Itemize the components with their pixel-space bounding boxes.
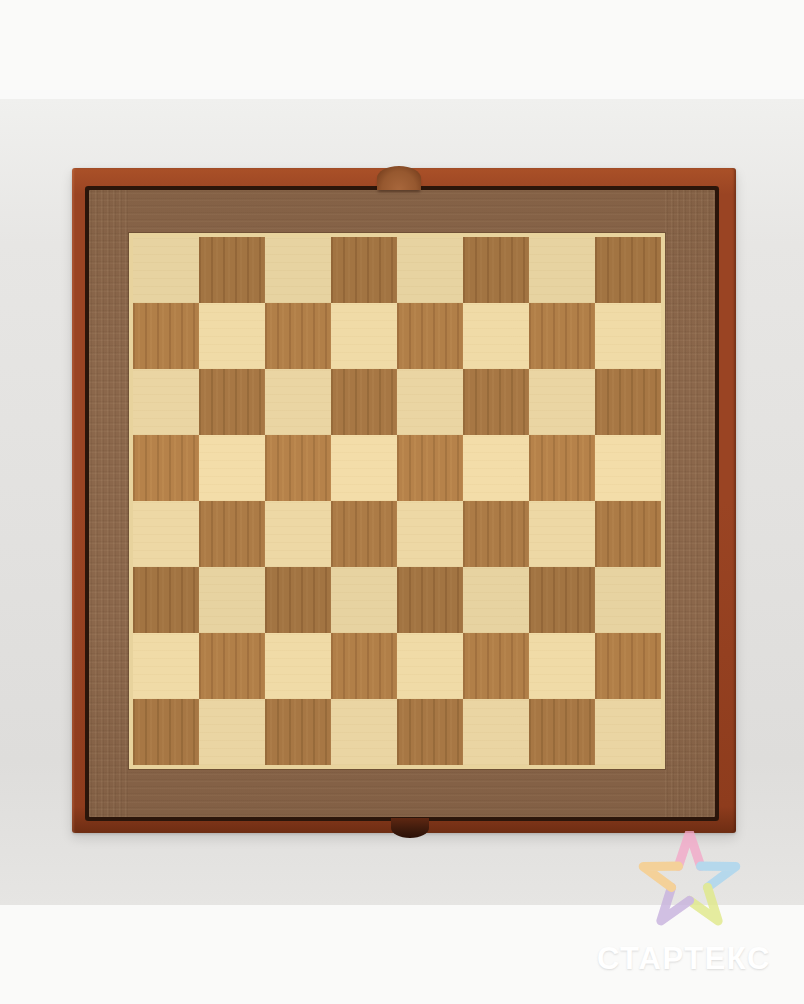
- square-d1[interactable]: [331, 699, 397, 765]
- square-c7[interactable]: [265, 303, 331, 369]
- square-c8[interactable]: [265, 237, 331, 303]
- square-g5[interactable]: [529, 435, 595, 501]
- square-c1[interactable]: [265, 699, 331, 765]
- square-g3[interactable]: [529, 567, 595, 633]
- square-b4[interactable]: [199, 501, 265, 567]
- wood-grain-overlay-left: [89, 190, 129, 817]
- square-a5[interactable]: [133, 435, 199, 501]
- square-b7[interactable]: [199, 303, 265, 369]
- square-e1[interactable]: [397, 699, 463, 765]
- square-g2[interactable]: [529, 633, 595, 699]
- square-e3[interactable]: [397, 567, 463, 633]
- square-f1[interactable]: [463, 699, 529, 765]
- chess-box: [72, 168, 736, 833]
- square-a7[interactable]: [133, 303, 199, 369]
- board-veneer: [129, 233, 665, 769]
- square-b8[interactable]: [199, 237, 265, 303]
- square-f5[interactable]: [463, 435, 529, 501]
- square-g4[interactable]: [529, 501, 595, 567]
- star-segment-left: [643, 866, 678, 887]
- square-g6[interactable]: [529, 369, 595, 435]
- chess-board: [133, 237, 661, 765]
- wood-grain-overlay-right: [665, 190, 715, 817]
- square-d8[interactable]: [331, 237, 397, 303]
- square-h6[interactable]: [595, 369, 661, 435]
- watermark-star-logo: [636, 831, 743, 932]
- square-a8[interactable]: [133, 237, 199, 303]
- square-b6[interactable]: [199, 369, 265, 435]
- square-h7[interactable]: [595, 303, 661, 369]
- product-photo-page: СТАРТЕКС: [0, 0, 804, 1004]
- square-f2[interactable]: [463, 633, 529, 699]
- square-e4[interactable]: [397, 501, 463, 567]
- square-b3[interactable]: [199, 567, 265, 633]
- square-b1[interactable]: [199, 699, 265, 765]
- square-d2[interactable]: [331, 633, 397, 699]
- square-c2[interactable]: [265, 633, 331, 699]
- square-b5[interactable]: [199, 435, 265, 501]
- square-h1[interactable]: [595, 699, 661, 765]
- square-f7[interactable]: [463, 303, 529, 369]
- star-segment-top: [678, 833, 700, 866]
- square-e6[interactable]: [397, 369, 463, 435]
- square-d6[interactable]: [331, 369, 397, 435]
- square-c4[interactable]: [265, 501, 331, 567]
- square-f6[interactable]: [463, 369, 529, 435]
- square-b2[interactable]: [199, 633, 265, 699]
- square-e5[interactable]: [397, 435, 463, 501]
- square-d4[interactable]: [331, 501, 397, 567]
- square-c3[interactable]: [265, 567, 331, 633]
- square-g1[interactable]: [529, 699, 595, 765]
- square-c6[interactable]: [265, 369, 331, 435]
- square-h3[interactable]: [595, 567, 661, 633]
- square-a3[interactable]: [133, 567, 199, 633]
- square-c5[interactable]: [265, 435, 331, 501]
- square-e2[interactable]: [397, 633, 463, 699]
- watermark-text: СТАРТЕКС: [597, 941, 771, 977]
- square-h4[interactable]: [595, 501, 661, 567]
- lid-finger-notch-bottom: [391, 818, 429, 838]
- square-h5[interactable]: [595, 435, 661, 501]
- square-d3[interactable]: [331, 567, 397, 633]
- square-a2[interactable]: [133, 633, 199, 699]
- star-segment-bottom-left: [661, 887, 690, 920]
- square-d7[interactable]: [331, 303, 397, 369]
- square-h2[interactable]: [595, 633, 661, 699]
- lid-finger-notch-top: [377, 166, 421, 190]
- square-a6[interactable]: [133, 369, 199, 435]
- square-a4[interactable]: [133, 501, 199, 567]
- square-g8[interactable]: [529, 237, 595, 303]
- square-f4[interactable]: [463, 501, 529, 567]
- square-f8[interactable]: [463, 237, 529, 303]
- square-h8[interactable]: [595, 237, 661, 303]
- star-segment-bottom-right: [690, 887, 719, 920]
- square-e8[interactable]: [397, 237, 463, 303]
- square-g7[interactable]: [529, 303, 595, 369]
- square-d5[interactable]: [331, 435, 397, 501]
- square-a1[interactable]: [133, 699, 199, 765]
- box-lid: [89, 190, 715, 817]
- square-f3[interactable]: [463, 567, 529, 633]
- square-e7[interactable]: [397, 303, 463, 369]
